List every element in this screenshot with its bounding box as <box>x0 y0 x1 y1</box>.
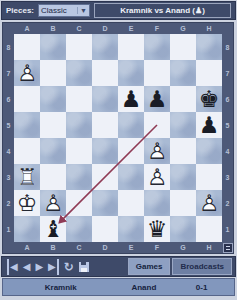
tab-strip: GamesBroadcasts <box>128 258 232 275</box>
game-title: Kramnik vs Anand (♟) <box>120 6 205 15</box>
square-d3[interactable] <box>92 164 118 190</box>
square-f7[interactable] <box>144 60 170 86</box>
file-label-e: E <box>118 242 144 253</box>
square-g6[interactable] <box>170 86 196 112</box>
rank-label-3: 3 <box>3 164 14 190</box>
square-c4[interactable] <box>66 138 92 164</box>
save-button[interactable] <box>77 259 91 275</box>
square-g2[interactable] <box>170 190 196 216</box>
square-e8[interactable] <box>118 34 144 60</box>
file-label-d: D <box>92 23 118 34</box>
square-h4[interactable] <box>196 138 222 164</box>
game-list-row[interactable]: Kramnik Anand 0-1 <box>2 278 235 296</box>
black-queen: ♛ <box>144 216 170 242</box>
square-g4[interactable] <box>170 138 196 164</box>
file-label-c: C <box>66 242 92 253</box>
first-move-icon: ◀ <box>7 259 18 275</box>
square-h7[interactable] <box>196 60 222 86</box>
square-a3[interactable]: ♜♖ <box>14 164 40 190</box>
rank-label-6: 6 <box>3 86 14 112</box>
rank-label-6: 6 <box>222 86 233 112</box>
square-b7[interactable] <box>40 60 66 86</box>
game-result: 0-1 <box>169 283 234 292</box>
rank-label-5: 5 <box>3 112 14 138</box>
file-label-f: F <box>144 23 170 34</box>
file-label-h: H <box>196 242 222 253</box>
frame-corner <box>3 242 14 253</box>
file-label-c: C <box>66 23 92 34</box>
square-e6[interactable]: ♟ <box>118 86 144 112</box>
square-a5[interactable] <box>14 112 40 138</box>
file-label-b: B <box>40 242 66 253</box>
square-a2[interactable]: ♚♔ <box>14 190 40 216</box>
white-player-name: Kramnik <box>3 283 119 292</box>
last-move-button[interactable]: ▶ <box>46 259 61 275</box>
square-f6[interactable]: ♟ <box>144 86 170 112</box>
save-icon <box>79 262 89 272</box>
tab-games[interactable]: Games <box>128 258 171 275</box>
square-h1[interactable] <box>196 216 222 242</box>
square-d8[interactable] <box>92 34 118 60</box>
pieces-label: Pieces: <box>6 6 34 15</box>
square-e7[interactable] <box>118 60 144 86</box>
square-b2[interactable]: ♟♙ <box>40 190 66 216</box>
white-rook: ♜♖ <box>14 164 40 190</box>
tab-broadcasts[interactable]: Broadcasts <box>172 258 232 275</box>
rank-label-5: 5 <box>222 112 233 138</box>
refresh-icon: ↻ <box>64 259 74 275</box>
square-a7[interactable]: ♟♙ <box>14 60 40 86</box>
square-b1[interactable]: ♝ <box>40 216 66 242</box>
square-c1[interactable] <box>66 216 92 242</box>
square-a6[interactable] <box>14 86 40 112</box>
square-e2[interactable] <box>118 190 144 216</box>
square-c8[interactable] <box>66 34 92 60</box>
black-bishop: ♝ <box>40 216 66 242</box>
rank-label-7: 7 <box>3 60 14 86</box>
frame-corner <box>222 242 233 253</box>
square-f1[interactable]: ♛ <box>144 216 170 242</box>
white-pawn: ♟♙ <box>196 190 222 216</box>
white-pawn: ♟♙ <box>40 190 66 216</box>
square-d6[interactable] <box>92 86 118 112</box>
white-pawn: ♟♙ <box>14 60 40 86</box>
square-b8[interactable] <box>40 34 66 60</box>
white-king: ♚♔ <box>14 190 40 216</box>
square-h5[interactable]: ♟ <box>196 112 222 138</box>
rank-label-4: 4 <box>222 138 233 164</box>
square-a8[interactable] <box>14 34 40 60</box>
rank-label-4: 4 <box>3 138 14 164</box>
rank-label-1: 1 <box>3 216 14 242</box>
square-f2[interactable] <box>144 190 170 216</box>
top-bar: Pieces: Classic ▼ Kramnik vs Anand (♟) <box>1 1 236 20</box>
next-move-button[interactable]: ▶ <box>33 259 45 275</box>
playback-toolbar: ◀◀▶▶↻ GamesBroadcasts <box>1 256 236 277</box>
last-move-icon: ▶ <box>48 259 59 275</box>
square-c3[interactable] <box>66 164 92 190</box>
board-menu-icon[interactable] <box>223 243 233 253</box>
square-b3[interactable] <box>40 164 66 190</box>
square-e5[interactable] <box>118 112 144 138</box>
rank-label-8: 8 <box>3 34 14 60</box>
file-label-f: F <box>144 242 170 253</box>
square-g3[interactable] <box>170 164 196 190</box>
square-a1[interactable] <box>14 216 40 242</box>
square-d5[interactable] <box>92 112 118 138</box>
black-player-name: Anand <box>119 283 170 292</box>
file-label-a: A <box>14 242 40 253</box>
refresh-button[interactable]: ↻ <box>62 259 76 275</box>
square-h3[interactable] <box>196 164 222 190</box>
square-f4[interactable]: ♟♙ <box>144 138 170 164</box>
square-e1[interactable] <box>118 216 144 242</box>
file-label-h: H <box>196 23 222 34</box>
rank-label-1: 1 <box>222 216 233 242</box>
square-a4[interactable] <box>14 138 40 164</box>
square-e4[interactable] <box>118 138 144 164</box>
board-squares: ♟♙♟♟♚♟♟♙♜♖♟♙♚♔♟♙♟♙♝♛ <box>14 34 222 242</box>
square-c7[interactable] <box>66 60 92 86</box>
pieces-style-value: Classic <box>41 6 67 15</box>
black-king: ♚ <box>196 86 222 112</box>
square-g7[interactable] <box>170 60 196 86</box>
square-h8[interactable] <box>196 34 222 60</box>
square-d7[interactable] <box>92 60 118 86</box>
square-c6[interactable] <box>66 86 92 112</box>
square-b5[interactable] <box>40 112 66 138</box>
square-f8[interactable] <box>144 34 170 60</box>
white-pawn: ♟♙ <box>144 138 170 164</box>
chess-viewer-window: Pieces: Classic ▼ Kramnik vs Anand (♟) A… <box>0 0 237 300</box>
rank-label-7: 7 <box>222 60 233 86</box>
square-h2[interactable]: ♟♙ <box>196 190 222 216</box>
square-g1[interactable] <box>170 216 196 242</box>
rank-label-8: 8 <box>222 34 233 60</box>
square-b4[interactable] <box>40 138 66 164</box>
square-c2[interactable] <box>66 190 92 216</box>
square-d1[interactable] <box>92 216 118 242</box>
previous-move-button[interactable]: ◀ <box>21 259 33 275</box>
previous-move-icon: ◀ <box>23 259 31 275</box>
file-label-a: A <box>14 23 40 34</box>
next-move-icon: ▶ <box>35 259 43 275</box>
square-f3[interactable]: ♟♙ <box>144 164 170 190</box>
square-d2[interactable] <box>92 190 118 216</box>
square-d4[interactable] <box>92 138 118 164</box>
file-label-b: B <box>40 23 66 34</box>
square-e3[interactable] <box>118 164 144 190</box>
square-h6[interactable]: ♚ <box>196 86 222 112</box>
black-pawn: ♟ <box>144 86 170 112</box>
frame-corner <box>222 23 233 34</box>
square-g8[interactable] <box>170 34 196 60</box>
rank-label-2: 2 <box>222 190 233 216</box>
chess-board-frame: ABCDEFGH 8877665544332211♟♙♟♟♚♟♟♙♜♖♟♙♚♔♟… <box>2 22 234 254</box>
black-pawn: ♟ <box>196 112 222 138</box>
white-pawn: ♟♙ <box>144 164 170 190</box>
file-label-e: E <box>118 23 144 34</box>
square-g5[interactable] <box>170 112 196 138</box>
file-label-g: G <box>170 242 196 253</box>
square-b6[interactable] <box>40 86 66 112</box>
file-label-d: D <box>92 242 118 253</box>
frame-corner <box>3 23 14 34</box>
media-buttons: ◀◀▶▶↻ <box>5 259 91 275</box>
game-title-box: Kramnik vs Anand (♟) <box>94 3 231 18</box>
square-c5[interactable] <box>66 112 92 138</box>
chevron-down-icon: ▼ <box>77 7 87 14</box>
square-f5[interactable] <box>144 112 170 138</box>
pieces-style-select[interactable]: Classic ▼ <box>38 4 90 17</box>
file-label-g: G <box>170 23 196 34</box>
rank-label-2: 2 <box>3 190 14 216</box>
rank-label-3: 3 <box>222 164 233 190</box>
black-pawn: ♟ <box>118 86 144 112</box>
first-move-button[interactable]: ◀ <box>5 259 20 275</box>
